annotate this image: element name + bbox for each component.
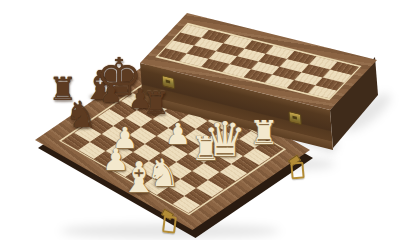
piece-white-pawn: ♟ <box>165 120 191 149</box>
piece-white-queen: ♛ <box>203 115 246 163</box>
chess-set-photo: Folding walnut and maple chess set: open… <box>0 0 400 240</box>
piece-white-rook: ♜ <box>249 116 279 149</box>
piece-black-rook: ♜ <box>142 88 170 119</box>
pieces-layer: ♜♝♚♟♞♟♜♟♟♟♝♞♜♛♜ <box>0 0 400 240</box>
piece-black-pawn: ♟ <box>99 80 122 106</box>
piece-black-knight: ♞ <box>65 97 97 133</box>
piece-white-knight: ♞ <box>146 154 180 192</box>
